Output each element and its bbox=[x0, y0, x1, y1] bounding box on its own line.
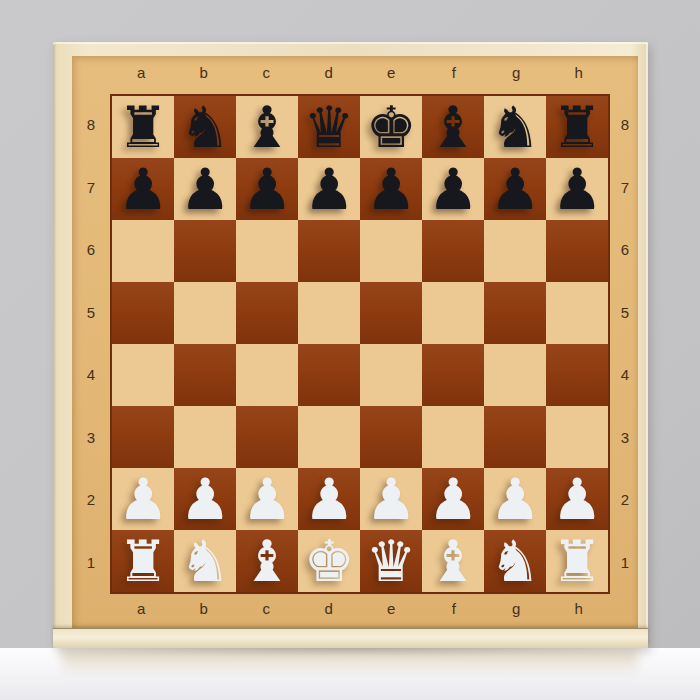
square-e6[interactable] bbox=[360, 220, 422, 282]
piece-black-rook[interactable]: ♜ bbox=[546, 96, 608, 158]
piece-black-pawn[interactable]: ♟ bbox=[546, 158, 608, 220]
rank-label-right-5: 5 bbox=[612, 282, 638, 345]
rank-label-right-7: 7 bbox=[612, 157, 638, 220]
square-g8[interactable]: ♞ bbox=[484, 96, 546, 158]
square-b4[interactable] bbox=[174, 344, 236, 406]
square-f8[interactable]: ♝ bbox=[422, 96, 484, 158]
piece-black-knight[interactable]: ♞ bbox=[174, 96, 236, 158]
rank-label-left-3: 3 bbox=[72, 407, 110, 470]
rank-label-left-7: 7 bbox=[72, 157, 110, 220]
piece-white-pawn[interactable]: ♟ bbox=[546, 468, 608, 530]
piece-white-bishop[interactable]: ♝ bbox=[422, 530, 484, 592]
square-g3[interactable] bbox=[484, 406, 546, 468]
square-e8[interactable]: ♚ bbox=[360, 96, 422, 158]
square-e5[interactable] bbox=[360, 282, 422, 344]
square-h8[interactable]: ♜ bbox=[546, 96, 608, 158]
file-labels-top: abcdefgh bbox=[110, 56, 610, 94]
piece-white-knight[interactable]: ♞ bbox=[174, 530, 236, 592]
square-h6[interactable] bbox=[546, 220, 608, 282]
piece-white-pawn[interactable]: ♟ bbox=[484, 468, 546, 530]
square-h5[interactable] bbox=[546, 282, 608, 344]
square-d3[interactable] bbox=[298, 406, 360, 468]
square-e2[interactable]: ♟ bbox=[360, 468, 422, 530]
piece-black-knight[interactable]: ♞ bbox=[484, 96, 546, 158]
square-g7[interactable]: ♟ bbox=[484, 158, 546, 220]
piece-black-pawn[interactable]: ♟ bbox=[422, 158, 484, 220]
square-d1[interactable]: ♚ bbox=[298, 530, 360, 592]
square-f2[interactable]: ♟ bbox=[422, 468, 484, 530]
chess-board-grid: ♜♞♝♛♚♝♞♜♟♟♟♟♟♟♟♟♟♟♟♟♟♟♟♟♜♞♝♚♛♝♞♜ bbox=[110, 94, 610, 594]
rank-label-right-2: 2 bbox=[612, 469, 638, 532]
file-label-bottom-h: h bbox=[548, 596, 611, 626]
file-label-top-f: f bbox=[423, 56, 486, 94]
file-label-top-d: d bbox=[298, 56, 361, 94]
square-c4[interactable] bbox=[236, 344, 298, 406]
demo-board-frame: abcdefgh abcdefgh 87654321 87654321 ♜♞♝♛… bbox=[53, 42, 648, 648]
square-b7[interactable]: ♟ bbox=[174, 158, 236, 220]
square-b3[interactable] bbox=[174, 406, 236, 468]
piece-white-pawn[interactable]: ♟ bbox=[360, 468, 422, 530]
square-c1[interactable]: ♝ bbox=[236, 530, 298, 592]
square-a8[interactable]: ♜ bbox=[112, 96, 174, 158]
file-label-top-h: h bbox=[548, 56, 611, 94]
piece-black-rook[interactable]: ♜ bbox=[112, 96, 174, 158]
square-b5[interactable] bbox=[174, 282, 236, 344]
piece-black-king[interactable]: ♚ bbox=[360, 96, 422, 158]
square-c6[interactable] bbox=[236, 220, 298, 282]
piece-black-pawn[interactable]: ♟ bbox=[360, 158, 422, 220]
square-a6[interactable] bbox=[112, 220, 174, 282]
square-f6[interactable] bbox=[422, 220, 484, 282]
file-label-bottom-f: f bbox=[423, 596, 486, 626]
rank-label-right-8: 8 bbox=[612, 94, 638, 157]
rank-label-left-6: 6 bbox=[72, 219, 110, 282]
rank-label-left-8: 8 bbox=[72, 94, 110, 157]
square-g6[interactable] bbox=[484, 220, 546, 282]
bottom-ledge bbox=[53, 628, 648, 648]
piece-black-pawn[interactable]: ♟ bbox=[236, 158, 298, 220]
piece-white-pawn[interactable]: ♟ bbox=[422, 468, 484, 530]
rank-label-right-3: 3 bbox=[612, 407, 638, 470]
square-f1[interactable]: ♝ bbox=[422, 530, 484, 592]
square-d7[interactable]: ♟ bbox=[298, 158, 360, 220]
file-label-bottom-a: a bbox=[110, 596, 173, 626]
square-c3[interactable] bbox=[236, 406, 298, 468]
square-b6[interactable] bbox=[174, 220, 236, 282]
rank-labels-left: 87654321 bbox=[72, 94, 110, 594]
square-a3[interactable] bbox=[112, 406, 174, 468]
square-f3[interactable] bbox=[422, 406, 484, 468]
file-label-top-b: b bbox=[173, 56, 236, 94]
piece-black-pawn[interactable]: ♟ bbox=[174, 158, 236, 220]
piece-black-pawn[interactable]: ♟ bbox=[298, 158, 360, 220]
square-c5[interactable] bbox=[236, 282, 298, 344]
rank-label-left-5: 5 bbox=[72, 282, 110, 345]
square-f7[interactable]: ♟ bbox=[422, 158, 484, 220]
rank-label-left-4: 4 bbox=[72, 344, 110, 407]
square-d4[interactable] bbox=[298, 344, 360, 406]
board-reflection bbox=[62, 650, 638, 676]
piece-white-rook[interactable]: ♜ bbox=[112, 530, 174, 592]
square-d8[interactable]: ♛ bbox=[298, 96, 360, 158]
square-c7[interactable]: ♟ bbox=[236, 158, 298, 220]
piece-white-queen[interactable]: ♛ bbox=[360, 530, 422, 592]
square-c8[interactable]: ♝ bbox=[236, 96, 298, 158]
square-b2[interactable]: ♟ bbox=[174, 468, 236, 530]
piece-black-pawn[interactable]: ♟ bbox=[112, 158, 174, 220]
square-e7[interactable]: ♟ bbox=[360, 158, 422, 220]
square-c2[interactable]: ♟ bbox=[236, 468, 298, 530]
square-h2[interactable]: ♟ bbox=[546, 468, 608, 530]
square-a4[interactable] bbox=[112, 344, 174, 406]
square-a5[interactable] bbox=[112, 282, 174, 344]
square-d2[interactable]: ♟ bbox=[298, 468, 360, 530]
square-f4[interactable] bbox=[422, 344, 484, 406]
square-h7[interactable]: ♟ bbox=[546, 158, 608, 220]
rank-label-left-1: 1 bbox=[72, 532, 110, 595]
square-g2[interactable]: ♟ bbox=[484, 468, 546, 530]
piece-white-knight[interactable]: ♞ bbox=[484, 530, 546, 592]
square-e3[interactable] bbox=[360, 406, 422, 468]
file-labels-bottom: abcdefgh bbox=[110, 596, 610, 626]
piece-white-pawn[interactable]: ♟ bbox=[236, 468, 298, 530]
square-b8[interactable]: ♞ bbox=[174, 96, 236, 158]
rank-label-left-2: 2 bbox=[72, 469, 110, 532]
rank-labels-right: 87654321 bbox=[612, 94, 638, 594]
square-e4[interactable] bbox=[360, 344, 422, 406]
file-label-top-e: e bbox=[360, 56, 423, 94]
piece-white-rook[interactable]: ♜ bbox=[546, 530, 608, 592]
square-d6[interactable] bbox=[298, 220, 360, 282]
rank-label-right-6: 6 bbox=[612, 219, 638, 282]
piece-black-bishop[interactable]: ♝ bbox=[422, 96, 484, 158]
square-a7[interactable]: ♟ bbox=[112, 158, 174, 220]
file-label-top-c: c bbox=[235, 56, 298, 94]
file-label-bottom-d: d bbox=[298, 596, 361, 626]
piece-white-king[interactable]: ♚ bbox=[298, 530, 360, 592]
square-h4[interactable] bbox=[546, 344, 608, 406]
piece-black-pawn[interactable]: ♟ bbox=[484, 158, 546, 220]
file-label-bottom-e: e bbox=[360, 596, 423, 626]
square-g4[interactable] bbox=[484, 344, 546, 406]
file-label-bottom-b: b bbox=[173, 596, 236, 626]
file-label-top-g: g bbox=[485, 56, 548, 94]
square-h1[interactable]: ♜ bbox=[546, 530, 608, 592]
rank-label-right-4: 4 bbox=[612, 344, 638, 407]
square-a1[interactable]: ♜ bbox=[112, 530, 174, 592]
file-label-top-a: a bbox=[110, 56, 173, 94]
square-g1[interactable]: ♞ bbox=[484, 530, 546, 592]
scene: abcdefgh abcdefgh 87654321 87654321 ♜♞♝♛… bbox=[0, 0, 700, 700]
square-d5[interactable] bbox=[298, 282, 360, 344]
square-a2[interactable]: ♟ bbox=[112, 468, 174, 530]
square-h3[interactable] bbox=[546, 406, 608, 468]
piece-white-pawn[interactable]: ♟ bbox=[298, 468, 360, 530]
piece-white-pawn[interactable]: ♟ bbox=[112, 468, 174, 530]
square-f5[interactable] bbox=[422, 282, 484, 344]
square-g5[interactable] bbox=[484, 282, 546, 344]
piece-black-bishop[interactable]: ♝ bbox=[236, 96, 298, 158]
file-label-bottom-c: c bbox=[235, 596, 298, 626]
rank-label-right-1: 1 bbox=[612, 532, 638, 595]
piece-white-bishop[interactable]: ♝ bbox=[236, 530, 298, 592]
square-b1[interactable]: ♞ bbox=[174, 530, 236, 592]
piece-white-pawn[interactable]: ♟ bbox=[174, 468, 236, 530]
square-e1[interactable]: ♛ bbox=[360, 530, 422, 592]
piece-black-queen[interactable]: ♛ bbox=[298, 96, 360, 158]
file-label-bottom-g: g bbox=[485, 596, 548, 626]
board-face: abcdefgh abcdefgh 87654321 87654321 ♜♞♝♛… bbox=[72, 56, 638, 628]
